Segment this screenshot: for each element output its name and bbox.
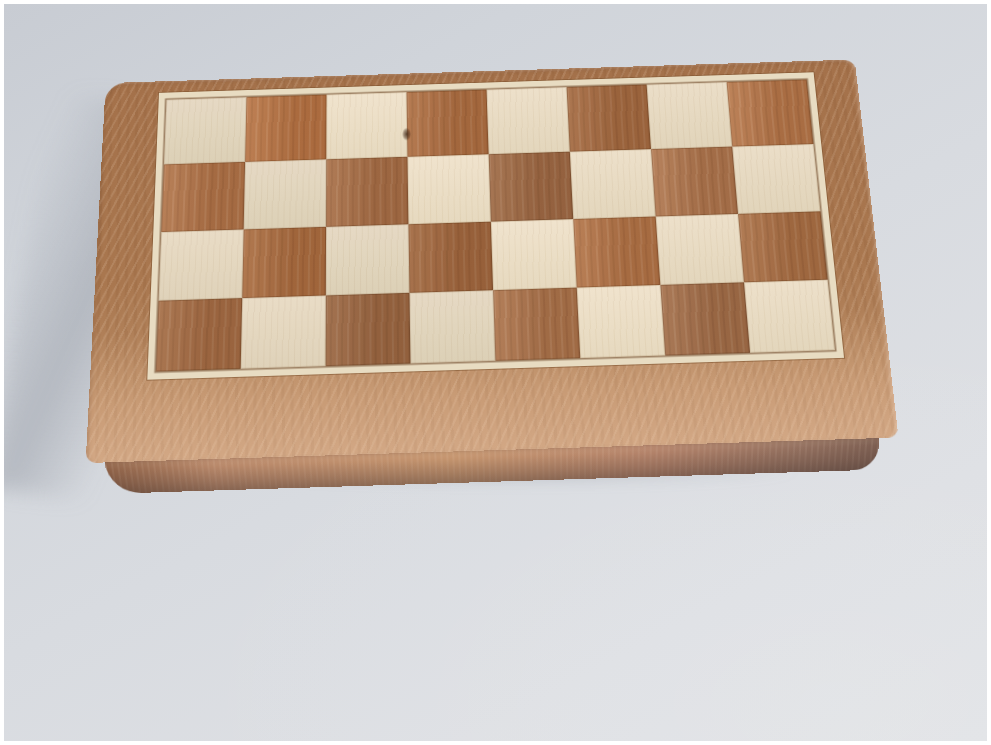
board-square [660, 282, 750, 355]
board-square [326, 224, 410, 295]
board-square [244, 160, 327, 229]
board-square [407, 154, 490, 223]
board-grid [156, 80, 835, 372]
board-square [161, 162, 245, 231]
board-square [242, 226, 326, 297]
board-square [159, 229, 244, 300]
board-square [408, 221, 493, 292]
board-square [744, 279, 835, 352]
board-square [656, 213, 744, 284]
board-square [487, 87, 570, 154]
board-square [493, 287, 580, 360]
board-pinstripe-border [147, 72, 844, 379]
board-square [489, 152, 574, 221]
board-square [573, 216, 660, 287]
board-square [164, 97, 247, 164]
board-square [326, 92, 407, 159]
photo-surface [4, 4, 987, 741]
box-lid [86, 60, 899, 464]
board-square [651, 147, 738, 216]
board-square [326, 157, 408, 226]
board-square [567, 85, 651, 152]
board-square [732, 144, 820, 213]
board-square [577, 285, 665, 358]
chess-box [90, 42, 884, 536]
board-square [738, 211, 828, 282]
board-square [570, 149, 656, 218]
board-square [727, 80, 814, 147]
board-square [647, 82, 733, 149]
board-square [326, 293, 411, 367]
board-square [409, 290, 495, 364]
board-square [407, 90, 489, 157]
board-square [241, 295, 326, 369]
board-square [491, 219, 577, 290]
board-square [245, 95, 326, 162]
board-square [156, 298, 242, 372]
